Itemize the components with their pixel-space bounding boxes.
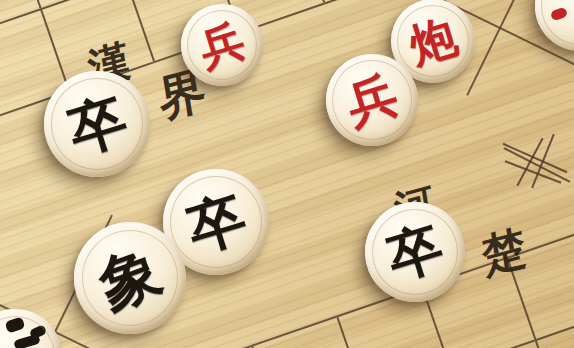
piece-character: 兵 [341,69,403,131]
red-ink-mark [550,7,568,22]
black-ink-mark [13,334,41,348]
piece-character: 卒 [381,218,448,285]
piece-character: 象 [92,240,169,317]
black-ink-mark [5,317,26,334]
piece-black-soldier-3[interactable]: 卒 [365,202,465,302]
piece-red-soldier-1[interactable]: 兵 [181,4,263,86]
piece-red-soldier-2[interactable]: 兵 [326,54,418,146]
piece-character: 兵 [195,18,250,73]
piece-black-soldier-1[interactable]: 卒 [44,71,150,177]
xiangqi-photo-scene: 界 楚 河 漢 兵 炮 兵 卒 卒 象 卒 [0,0,574,348]
piece-black-elephant[interactable]: 象 [74,222,186,334]
river-char-chu: 楚 [479,224,528,279]
piece-character: 卒 [180,186,251,257]
piece-character: 卒 [61,88,132,159]
black-ink-mark [29,324,48,340]
piece-character: 炮 [404,12,461,69]
